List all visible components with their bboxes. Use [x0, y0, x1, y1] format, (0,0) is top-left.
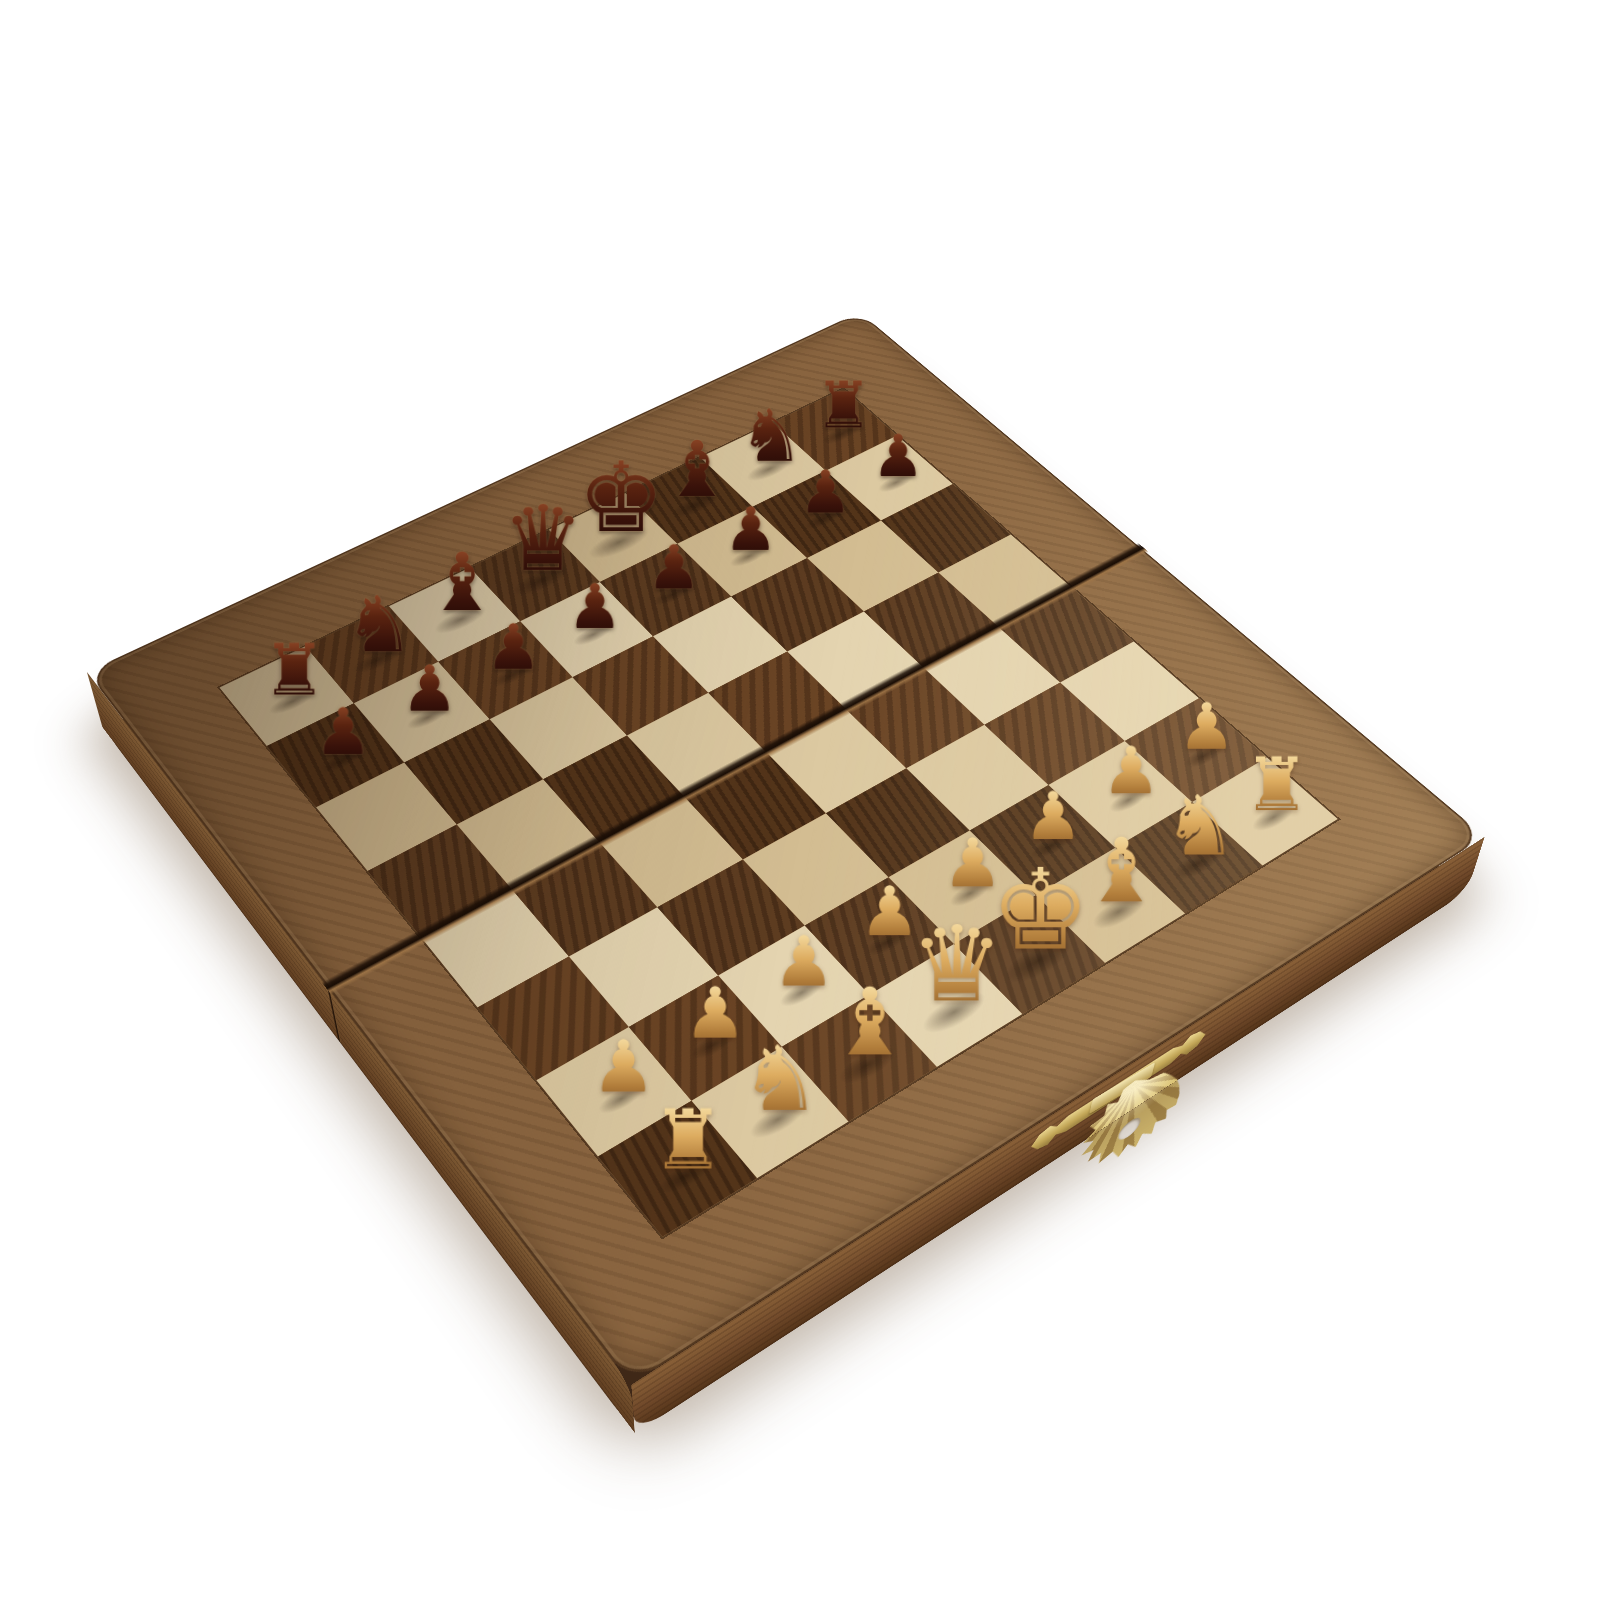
piece-glyph: ♟ [773, 929, 835, 995]
piece-glyph: ♞ [739, 402, 804, 471]
piece-glyph: ♝ [1082, 830, 1162, 914]
piece-glyph: ♟ [647, 539, 701, 597]
piece-glyph: ♜ [815, 375, 873, 436]
piece-glyph: ♟ [592, 1033, 656, 1101]
clasp-hole [1114, 1115, 1144, 1142]
piece-glyph: ♞ [1163, 787, 1238, 866]
piece-glyph: ♝ [426, 545, 498, 621]
piece-glyph: ♝ [663, 434, 732, 507]
piece-glyph: ♞ [345, 588, 415, 662]
piece-glyph: ♟ [567, 578, 622, 636]
piece-glyph: ♟ [799, 465, 852, 521]
piece-glyph: ♜ [1243, 749, 1309, 819]
piece-glyph: ♟ [401, 659, 458, 719]
piece-glyph: ♟ [1024, 785, 1083, 848]
piece-glyph: ♟ [872, 429, 924, 484]
piece-glyph: ♝ [828, 979, 912, 1068]
piece-glyph: ♚ [578, 452, 665, 544]
piece-glyph: ♟ [724, 501, 778, 558]
piece-glyph: ♟ [486, 618, 542, 677]
piece-glyph: ♟ [1178, 697, 1236, 758]
piece-glyph: ♛ [502, 496, 583, 582]
piece-glyph: ♟ [1102, 740, 1160, 802]
piece-glyph: ♛ [910, 915, 1004, 1015]
piece-glyph: ♞ [740, 1037, 821, 1123]
photo-backdrop: ♜♞♝♛♚♝♞♜♟♟♟♟♟♟♟♟♟♟♟♟♟♟♟♟♜♞♝♛♚♝♞♜ [0, 0, 1600, 1600]
piece-glyph: ♜ [262, 636, 326, 703]
square-g4[interactable] [923, 626, 1060, 724]
piece-glyph: ♚ [991, 857, 1091, 963]
piece-glyph: ♟ [684, 980, 747, 1047]
piece-glyph: ♟ [314, 702, 372, 763]
piece-glyph: ♜ [651, 1100, 725, 1179]
